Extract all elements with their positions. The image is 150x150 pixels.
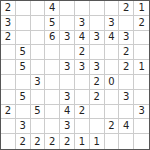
cell-r1c9[interactable]: 2 xyxy=(119,1,134,16)
cell-r2c4[interactable]: 5 xyxy=(45,16,60,31)
cell-r5c4[interactable] xyxy=(45,60,60,75)
clue-digit: 1 xyxy=(94,137,100,147)
cell-r10c6[interactable]: 1 xyxy=(75,134,90,149)
cell-r3c7[interactable]: 3 xyxy=(90,31,105,46)
cell-r10c5[interactable]: 2 xyxy=(60,134,75,149)
cell-r2c9[interactable] xyxy=(119,16,134,31)
cell-r7c5[interactable]: 3 xyxy=(60,90,75,105)
cell-r4c10[interactable] xyxy=(134,45,149,60)
cell-r4c1[interactable] xyxy=(1,45,16,60)
cell-r6c10[interactable] xyxy=(134,75,149,90)
cell-r2c10[interactable]: 2 xyxy=(134,16,149,31)
clue-digit: 3 xyxy=(5,18,11,28)
cell-r10c1[interactable] xyxy=(1,134,16,149)
cell-r4c3[interactable] xyxy=(31,45,46,60)
cell-r10c4[interactable]: 2 xyxy=(45,134,60,149)
clue-digit: 2 xyxy=(34,137,40,147)
cell-r3c5[interactable]: 3 xyxy=(60,31,75,46)
cell-r2c3[interactable] xyxy=(31,16,46,31)
cell-r5c1[interactable] xyxy=(1,60,16,75)
cell-r10c8[interactable] xyxy=(105,134,120,149)
cell-r10c3[interactable]: 2 xyxy=(31,134,46,149)
cell-r9c8[interactable]: 2 xyxy=(105,119,120,134)
cell-r6c1[interactable] xyxy=(1,75,16,90)
cell-r8c9[interactable] xyxy=(119,105,134,120)
cell-r1c5[interactable] xyxy=(60,1,75,16)
cell-r3c4[interactable]: 6 xyxy=(45,31,60,46)
cell-r7c1[interactable] xyxy=(1,90,16,105)
clue-digit: 1 xyxy=(138,62,144,72)
cell-r5c2[interactable]: 5 xyxy=(16,60,31,75)
cell-r9c3[interactable] xyxy=(31,119,46,134)
clue-digit: 2 xyxy=(49,137,55,147)
clue-digit: 3 xyxy=(79,62,85,72)
cell-r2c1[interactable]: 3 xyxy=(1,16,16,31)
clue-digit: 3 xyxy=(79,18,85,28)
clue-digit: 1 xyxy=(79,137,85,147)
clue-digit: 4 xyxy=(49,3,55,13)
cell-r4c8[interactable] xyxy=(105,45,120,60)
clue-digit: 2 xyxy=(79,47,85,57)
cell-r8c1[interactable]: 2 xyxy=(1,105,16,120)
clue-digit: 3 xyxy=(123,32,129,42)
cell-r9c9[interactable]: 4 xyxy=(119,119,134,134)
cell-r5c5[interactable]: 3 xyxy=(60,60,75,75)
clue-digit: 2 xyxy=(108,121,114,131)
cell-r2c7[interactable] xyxy=(90,16,105,31)
cell-r4c7[interactable] xyxy=(90,45,105,60)
cell-r4c5[interactable] xyxy=(60,45,75,60)
cell-r6c9[interactable] xyxy=(119,75,134,90)
cell-r5c10[interactable]: 1 xyxy=(134,60,149,75)
cell-r7c6[interactable] xyxy=(75,90,90,105)
cell-r9c2[interactable]: 3 xyxy=(16,119,31,134)
cell-r3c10[interactable] xyxy=(134,31,149,46)
cell-r7c3[interactable] xyxy=(31,90,46,105)
cell-r9c5[interactable]: 3 xyxy=(60,119,75,134)
clue-digit: 3 xyxy=(64,62,70,72)
cell-r9c7[interactable] xyxy=(90,119,105,134)
clue-digit: 5 xyxy=(20,92,26,102)
clue-digit: 2 xyxy=(94,77,100,87)
puzzle-board: 2421353322634343522533321320532325423332… xyxy=(0,0,150,150)
cell-r6c8[interactable]: 0 xyxy=(105,75,120,90)
cell-r3c3[interactable] xyxy=(31,31,46,46)
clue-digit: 4 xyxy=(123,121,129,131)
cell-r7c8[interactable] xyxy=(105,90,120,105)
cell-r6c4[interactable] xyxy=(45,75,60,90)
clue-digit: 3 xyxy=(64,32,70,42)
cell-r8c10[interactable]: 3 xyxy=(134,105,149,120)
cell-r2c6[interactable]: 3 xyxy=(75,16,90,31)
clue-digit: 2 xyxy=(5,106,11,116)
cell-r8c3[interactable]: 5 xyxy=(31,105,46,120)
cell-r5c8[interactable] xyxy=(105,60,120,75)
clue-digit: 3 xyxy=(34,77,40,87)
cell-r8c5[interactable]: 4 xyxy=(60,105,75,120)
cell-r3c1[interactable]: 2 xyxy=(1,31,16,46)
cell-r6c3[interactable]: 3 xyxy=(31,75,46,90)
cell-r7c10[interactable] xyxy=(134,90,149,105)
cell-r9c1[interactable] xyxy=(1,119,16,134)
cell-r9c10[interactable] xyxy=(134,119,149,134)
cell-r1c7[interactable] xyxy=(90,1,105,16)
cell-r8c4[interactable] xyxy=(45,105,60,120)
clue-digit: 2 xyxy=(5,3,11,13)
clue-digit: 4 xyxy=(79,32,85,42)
cell-r1c8[interactable] xyxy=(105,1,120,16)
cell-r7c9[interactable]: 3 xyxy=(119,90,134,105)
cell-r1c1[interactable]: 2 xyxy=(1,1,16,16)
clue-digit: 5 xyxy=(20,47,26,57)
cell-r7c4[interactable] xyxy=(45,90,60,105)
clue-digit: 5 xyxy=(49,18,55,28)
cell-r8c7[interactable] xyxy=(90,105,105,120)
clue-digit: 4 xyxy=(64,106,70,116)
clue-digit: 4 xyxy=(108,32,114,42)
clue-digit: 2 xyxy=(79,106,85,116)
cell-r10c2[interactable]: 2 xyxy=(16,134,31,149)
cell-r6c6[interactable] xyxy=(75,75,90,90)
cell-r8c6[interactable]: 2 xyxy=(75,105,90,120)
cell-r9c4[interactable] xyxy=(45,119,60,134)
cell-r2c5[interactable] xyxy=(60,16,75,31)
clue-digit: 3 xyxy=(138,106,144,116)
cell-r9c6[interactable] xyxy=(75,119,90,134)
clue-digit: 2 xyxy=(123,47,129,57)
clue-digit: 0 xyxy=(108,77,114,87)
clue-digit: 2 xyxy=(20,137,26,147)
cell-r3c8[interactable]: 4 xyxy=(105,31,120,46)
clue-digit: 2 xyxy=(5,32,11,42)
cell-r1c10[interactable]: 1 xyxy=(134,1,149,16)
cell-r6c2[interactable] xyxy=(16,75,31,90)
cell-r4c6[interactable]: 2 xyxy=(75,45,90,60)
cell-r1c2[interactable] xyxy=(16,1,31,16)
cell-r8c2[interactable] xyxy=(16,105,31,120)
cell-r10c10[interactable] xyxy=(134,134,149,149)
cell-r4c2[interactable]: 5 xyxy=(16,45,31,60)
cell-r8c8[interactable] xyxy=(105,105,120,120)
cell-r5c6[interactable]: 3 xyxy=(75,60,90,75)
cell-r3c9[interactable]: 3 xyxy=(119,31,134,46)
cell-r3c6[interactable]: 4 xyxy=(75,31,90,46)
cell-r6c5[interactable] xyxy=(60,75,75,90)
cell-r10c9[interactable] xyxy=(119,134,134,149)
cell-r5c3[interactable] xyxy=(31,60,46,75)
clue-digit: 3 xyxy=(94,62,100,72)
cell-r3c2[interactable] xyxy=(16,31,31,46)
clue-digit: 3 xyxy=(108,18,114,28)
clue-digit: 3 xyxy=(94,32,100,42)
clue-digit: 5 xyxy=(20,62,26,72)
cell-r4c4[interactable] xyxy=(45,45,60,60)
cell-r1c4[interactable]: 4 xyxy=(45,1,60,16)
clue-digit: 6 xyxy=(49,32,55,42)
cell-r4c9[interactable]: 2 xyxy=(119,45,134,60)
clue-digit: 2 xyxy=(138,18,144,28)
clue-digit: 1 xyxy=(138,3,144,13)
clue-digit: 3 xyxy=(123,92,129,102)
cell-r7c7[interactable]: 2 xyxy=(90,90,105,105)
cell-r10c7[interactable]: 1 xyxy=(90,134,105,149)
cell-r2c8[interactable]: 3 xyxy=(105,16,120,31)
clue-digit: 3 xyxy=(64,121,70,131)
clue-digit: 2 xyxy=(64,137,70,147)
clue-digit: 2 xyxy=(94,92,100,102)
clue-digit: 2 xyxy=(123,62,129,72)
cell-r1c3[interactable] xyxy=(31,1,46,16)
cell-r6c7[interactable]: 2 xyxy=(90,75,105,90)
cell-r2c2[interactable] xyxy=(16,16,31,31)
cell-r7c2[interactable]: 5 xyxy=(16,90,31,105)
clue-digit: 3 xyxy=(20,121,26,131)
cell-r5c9[interactable]: 2 xyxy=(119,60,134,75)
clue-digit: 3 xyxy=(64,92,70,102)
clue-digit: 2 xyxy=(123,3,129,13)
cell-r1c6[interactable] xyxy=(75,1,90,16)
clue-digit: 5 xyxy=(34,106,40,116)
cell-r5c7[interactable]: 3 xyxy=(90,60,105,75)
